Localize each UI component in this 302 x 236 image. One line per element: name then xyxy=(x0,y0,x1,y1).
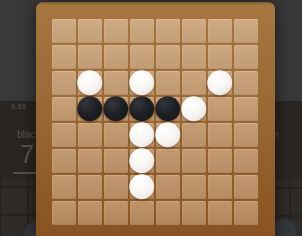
board-cell[interactable] xyxy=(104,149,128,173)
board-cell[interactable] xyxy=(104,201,128,225)
board-cell[interactable] xyxy=(52,123,76,147)
board-cell[interactable] xyxy=(104,175,128,199)
board-cell[interactable] xyxy=(78,123,102,147)
board-cell[interactable] xyxy=(130,71,154,95)
board-cell[interactable] xyxy=(78,201,102,225)
background-board-cell xyxy=(291,179,302,187)
board-cell[interactable] xyxy=(234,149,258,173)
board-cell[interactable] xyxy=(182,45,206,69)
board-cell[interactable] xyxy=(182,71,206,95)
board-cell[interactable] xyxy=(52,19,76,43)
board-cell[interactable] xyxy=(182,97,206,121)
board-cell[interactable] xyxy=(234,45,258,69)
board-cell[interactable] xyxy=(156,175,180,199)
board-cell[interactable] xyxy=(156,201,180,225)
white-disc xyxy=(129,122,155,148)
board-cell[interactable] xyxy=(78,19,102,43)
background-board-cell xyxy=(1,188,27,214)
othello-board xyxy=(36,2,275,236)
board-grid xyxy=(52,19,258,225)
board-cell[interactable] xyxy=(52,45,76,69)
board-cell[interactable] xyxy=(182,123,206,147)
board-cell[interactable] xyxy=(182,201,206,225)
board-cell[interactable] xyxy=(52,149,76,173)
board-cell[interactable] xyxy=(182,19,206,43)
board-cell[interactable] xyxy=(234,97,258,121)
black-score-underline xyxy=(13,172,38,174)
board-cell[interactable] xyxy=(156,71,180,95)
board-cell[interactable] xyxy=(156,97,180,121)
board-cell[interactable] xyxy=(156,149,180,173)
board-cell[interactable] xyxy=(234,19,258,43)
board-cell[interactable] xyxy=(130,201,154,225)
white-disc xyxy=(129,148,155,174)
board-cell[interactable] xyxy=(104,71,128,95)
board-cell[interactable] xyxy=(52,71,76,95)
board-cell[interactable] xyxy=(156,45,180,69)
black-disc xyxy=(103,96,129,122)
board-cell[interactable] xyxy=(208,97,232,121)
board-cell[interactable] xyxy=(156,123,180,147)
board-cell[interactable] xyxy=(208,201,232,225)
board-cell[interactable] xyxy=(208,45,232,69)
board-cell[interactable] xyxy=(208,123,232,147)
board-cell[interactable] xyxy=(130,97,154,121)
board-cell[interactable] xyxy=(130,149,154,173)
black-disc xyxy=(77,96,103,122)
board-cell[interactable] xyxy=(104,19,128,43)
white-disc xyxy=(129,70,155,96)
board-cell[interactable] xyxy=(104,45,128,69)
black-disc xyxy=(155,96,181,122)
board-cell[interactable] xyxy=(78,45,102,69)
white-disc xyxy=(207,70,233,96)
board-cell[interactable] xyxy=(78,149,102,173)
background-board-cell xyxy=(1,179,27,186)
background-board-cell xyxy=(291,189,302,215)
game-timer: 9:59 xyxy=(11,103,26,110)
white-disc xyxy=(77,70,103,96)
board-cell[interactable] xyxy=(234,123,258,147)
board-cell[interactable] xyxy=(182,175,206,199)
app-screen: 9:59 black 7 white xyxy=(0,0,302,236)
board-cell[interactable] xyxy=(208,71,232,95)
white-disc xyxy=(129,174,155,200)
board-cell[interactable] xyxy=(104,123,128,147)
board-cell[interactable] xyxy=(104,97,128,121)
board-cell[interactable] xyxy=(78,71,102,95)
board-cell[interactable] xyxy=(208,175,232,199)
board-cell[interactable] xyxy=(156,19,180,43)
board-cell[interactable] xyxy=(182,149,206,173)
board-cell[interactable] xyxy=(52,97,76,121)
white-disc xyxy=(155,122,181,148)
board-cell[interactable] xyxy=(234,201,258,225)
board-cell[interactable] xyxy=(234,175,258,199)
board-cell[interactable] xyxy=(208,149,232,173)
board-cell[interactable] xyxy=(78,175,102,199)
board-cell[interactable] xyxy=(234,71,258,95)
board-cell[interactable] xyxy=(78,97,102,121)
board-cell[interactable] xyxy=(130,45,154,69)
board-cell[interactable] xyxy=(130,123,154,147)
board-cell[interactable] xyxy=(52,201,76,225)
black-score: 7 xyxy=(20,140,34,169)
board-cell[interactable] xyxy=(130,175,154,199)
board-cell[interactable] xyxy=(130,19,154,43)
black-disc xyxy=(129,96,155,122)
board-cell[interactable] xyxy=(52,175,76,199)
white-disc xyxy=(181,96,207,122)
board-cell[interactable] xyxy=(208,19,232,43)
